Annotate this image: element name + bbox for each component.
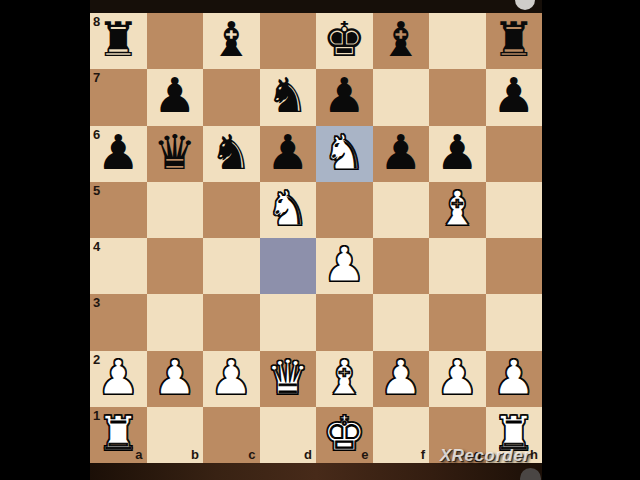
white-knight-d5[interactable]: ♞ <box>266 184 309 232</box>
file-label-c: c <box>248 447 255 462</box>
square-d4[interactable] <box>260 238 317 294</box>
square-a1[interactable]: 1a♜ <box>90 407 147 463</box>
black-rook-h8[interactable]: ♜ <box>492 15 535 63</box>
app-frame: 8♜♝♚♝♜7♟♞♟♟6♟♛♞♟♞♟♟5♞♝4♟32♟♟♟♛♝♟♟♟1a♜bcd… <box>0 0 640 480</box>
square-h8[interactable]: ♜ <box>486 13 543 69</box>
square-d3[interactable] <box>260 294 317 350</box>
square-g2[interactable]: ♟ <box>429 351 486 407</box>
chess-board: 8♜♝♚♝♜7♟♞♟♟6♟♛♞♟♞♟♟5♞♝4♟32♟♟♟♛♝♟♟♟1a♜bcd… <box>90 13 542 463</box>
square-f7[interactable] <box>373 69 430 125</box>
square-c6[interactable]: ♞ <box>203 126 260 182</box>
square-g3[interactable] <box>429 294 486 350</box>
file-label-f: f <box>421 447 425 462</box>
white-knight-e6[interactable]: ♞ <box>323 128 366 176</box>
square-c8[interactable]: ♝ <box>203 13 260 69</box>
square-e6[interactable]: ♞ <box>316 126 373 182</box>
square-a2[interactable]: 2♟ <box>90 351 147 407</box>
white-bishop-g5[interactable]: ♝ <box>436 184 479 232</box>
white-pawn-g2[interactable]: ♟ <box>436 353 479 401</box>
square-e1[interactable]: e♚ <box>316 407 373 463</box>
square-a5[interactable]: 5 <box>90 182 147 238</box>
square-d5[interactable]: ♞ <box>260 182 317 238</box>
square-a8[interactable]: 8♜ <box>90 13 147 69</box>
square-e4[interactable]: ♟ <box>316 238 373 294</box>
square-f3[interactable] <box>373 294 430 350</box>
square-b7[interactable]: ♟ <box>147 69 204 125</box>
square-a4[interactable]: 4 <box>90 238 147 294</box>
square-e2[interactable]: ♝ <box>316 351 373 407</box>
square-g5[interactable]: ♝ <box>429 182 486 238</box>
rank-label-4: 4 <box>93 239 100 254</box>
square-b5[interactable] <box>147 182 204 238</box>
black-pawn-e7[interactable]: ♟ <box>323 71 366 119</box>
white-pawn-e4[interactable]: ♟ <box>323 240 366 288</box>
square-c2[interactable]: ♟ <box>203 351 260 407</box>
square-h6[interactable] <box>486 126 543 182</box>
square-g6[interactable]: ♟ <box>429 126 486 182</box>
square-f6[interactable]: ♟ <box>373 126 430 182</box>
square-d6[interactable]: ♟ <box>260 126 317 182</box>
white-pawn-a2[interactable]: ♟ <box>97 353 140 401</box>
square-c1[interactable]: c <box>203 407 260 463</box>
square-b8[interactable] <box>147 13 204 69</box>
square-f2[interactable]: ♟ <box>373 351 430 407</box>
square-a3[interactable]: 3 <box>90 294 147 350</box>
white-pawn-h2[interactable]: ♟ <box>492 353 535 401</box>
square-d8[interactable] <box>260 13 317 69</box>
file-label-d: d <box>304 447 312 462</box>
white-pawn-b2[interactable]: ♟ <box>153 353 196 401</box>
rank-label-3: 3 <box>93 295 100 310</box>
square-h4[interactable] <box>486 238 543 294</box>
black-pawn-d6[interactable]: ♟ <box>266 128 309 176</box>
rank-label-7: 7 <box>93 70 100 85</box>
square-f5[interactable] <box>373 182 430 238</box>
square-b2[interactable]: ♟ <box>147 351 204 407</box>
black-queen-b6[interactable]: ♛ <box>153 128 196 176</box>
square-e3[interactable] <box>316 294 373 350</box>
square-c3[interactable] <box>203 294 260 350</box>
black-bishop-f8[interactable]: ♝ <box>379 15 422 63</box>
white-rook-a1[interactable]: ♜ <box>97 409 140 457</box>
square-c4[interactable] <box>203 238 260 294</box>
white-pawn-f2[interactable]: ♟ <box>379 353 422 401</box>
square-b3[interactable] <box>147 294 204 350</box>
black-knight-d7[interactable]: ♞ <box>266 71 309 119</box>
white-bishop-e2[interactable]: ♝ <box>323 353 366 401</box>
white-king-e1[interactable]: ♚ <box>323 409 366 457</box>
xrecorder-watermark: XRecorder <box>440 446 530 466</box>
square-g4[interactable] <box>429 238 486 294</box>
square-e8[interactable]: ♚ <box>316 13 373 69</box>
square-g7[interactable] <box>429 69 486 125</box>
square-d7[interactable]: ♞ <box>260 69 317 125</box>
square-f1[interactable]: f <box>373 407 430 463</box>
black-knight-c6[interactable]: ♞ <box>210 128 253 176</box>
square-e7[interactable]: ♟ <box>316 69 373 125</box>
square-a6[interactable]: 6♟ <box>90 126 147 182</box>
square-d2[interactable]: ♛ <box>260 351 317 407</box>
white-pawn-c2[interactable]: ♟ <box>210 353 253 401</box>
black-pawn-b7[interactable]: ♟ <box>153 71 196 119</box>
square-h3[interactable] <box>486 294 543 350</box>
square-e5[interactable] <box>316 182 373 238</box>
square-h7[interactable]: ♟ <box>486 69 543 125</box>
square-f8[interactable]: ♝ <box>373 13 430 69</box>
square-h2[interactable]: ♟ <box>486 351 543 407</box>
black-bishop-c8[interactable]: ♝ <box>210 15 253 63</box>
square-d1[interactable]: d <box>260 407 317 463</box>
square-c7[interactable] <box>203 69 260 125</box>
square-a7[interactable]: 7 <box>90 69 147 125</box>
square-b1[interactable]: b <box>147 407 204 463</box>
black-pawn-a6[interactable]: ♟ <box>97 128 140 176</box>
black-rook-a8[interactable]: ♜ <box>97 15 140 63</box>
square-b6[interactable]: ♛ <box>147 126 204 182</box>
square-b4[interactable] <box>147 238 204 294</box>
black-pawn-g6[interactable]: ♟ <box>436 128 479 176</box>
square-h5[interactable] <box>486 182 543 238</box>
top-background-strip <box>90 0 542 13</box>
rank-label-5: 5 <box>93 183 100 198</box>
black-king-e8[interactable]: ♚ <box>323 15 366 63</box>
square-f4[interactable] <box>373 238 430 294</box>
square-g8[interactable] <box>429 13 486 69</box>
black-pawn-f6[interactable]: ♟ <box>379 128 422 176</box>
white-queen-d2[interactable]: ♛ <box>266 353 309 401</box>
black-pawn-h7[interactable]: ♟ <box>492 71 535 119</box>
square-c5[interactable] <box>203 182 260 238</box>
file-label-b: b <box>191 447 199 462</box>
